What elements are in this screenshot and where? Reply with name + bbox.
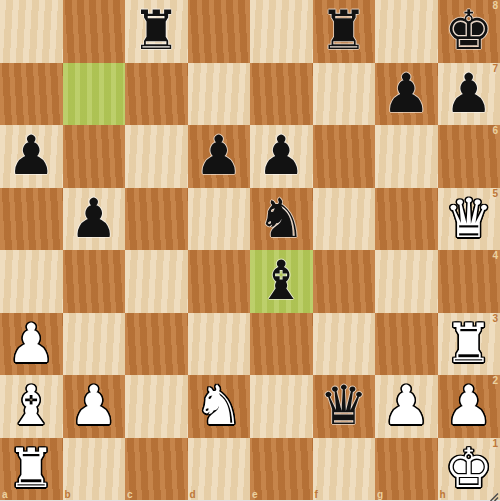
square-c5[interactable] bbox=[125, 188, 188, 251]
square-e3[interactable] bbox=[250, 313, 313, 376]
black-pawn[interactable]: ♟ bbox=[375, 63, 438, 126]
file-label-e: e bbox=[252, 489, 258, 500]
black-pawn[interactable]: ♟ bbox=[438, 63, 500, 126]
square-a5[interactable] bbox=[0, 188, 63, 251]
black-rook[interactable]: ♜ bbox=[313, 0, 376, 63]
chess-board: ♜♜♚8♟♟7♟♟♟6♟♞♛5♝4♟♜3♝♟♞♛♟♟2♜abcdefg♚h1 bbox=[0, 0, 500, 500]
white-pawn[interactable]: ♟ bbox=[63, 375, 126, 438]
square-d6[interactable]: ♟ bbox=[188, 125, 251, 188]
square-d4[interactable] bbox=[188, 250, 251, 313]
square-d3[interactable] bbox=[188, 313, 251, 376]
file-label-g: g bbox=[377, 489, 383, 500]
square-h5[interactable]: ♛5 bbox=[438, 188, 500, 251]
square-h3[interactable]: ♜3 bbox=[438, 313, 500, 376]
square-b3[interactable] bbox=[63, 313, 126, 376]
resize-grip-icon bbox=[488, 491, 499, 501]
square-e2[interactable] bbox=[250, 375, 313, 438]
square-e1[interactable]: e bbox=[250, 438, 313, 501]
square-b7[interactable] bbox=[63, 63, 126, 126]
square-h7[interactable]: ♟7 bbox=[438, 63, 500, 126]
black-pawn[interactable]: ♟ bbox=[63, 188, 126, 251]
square-d8[interactable] bbox=[188, 0, 251, 63]
square-g3[interactable] bbox=[375, 313, 438, 376]
black-queen[interactable]: ♛ bbox=[313, 375, 376, 438]
square-d1[interactable]: d bbox=[188, 438, 251, 501]
square-d5[interactable] bbox=[188, 188, 251, 251]
square-h4[interactable]: 4 bbox=[438, 250, 500, 313]
square-f8[interactable]: ♜ bbox=[313, 0, 376, 63]
square-c2[interactable] bbox=[125, 375, 188, 438]
square-g7[interactable]: ♟ bbox=[375, 63, 438, 126]
file-label-d: d bbox=[190, 489, 196, 500]
square-b4[interactable] bbox=[63, 250, 126, 313]
black-knight[interactable]: ♞ bbox=[250, 188, 313, 251]
board-grid: ♜♜♚8♟♟7♟♟♟6♟♞♛5♝4♟♜3♝♟♞♛♟♟2♜abcdefg♚h1 bbox=[0, 0, 500, 500]
square-f2[interactable]: ♛ bbox=[313, 375, 376, 438]
square-g6[interactable] bbox=[375, 125, 438, 188]
square-g2[interactable]: ♟ bbox=[375, 375, 438, 438]
black-bishop[interactable]: ♝ bbox=[250, 250, 313, 313]
square-g1[interactable]: g bbox=[375, 438, 438, 501]
black-pawn[interactable]: ♟ bbox=[250, 125, 313, 188]
square-f7[interactable] bbox=[313, 63, 376, 126]
square-b5[interactable]: ♟ bbox=[63, 188, 126, 251]
square-b8[interactable] bbox=[63, 0, 126, 63]
square-a2[interactable]: ♝ bbox=[0, 375, 63, 438]
white-pawn[interactable]: ♟ bbox=[375, 375, 438, 438]
square-c8[interactable]: ♜ bbox=[125, 0, 188, 63]
square-g4[interactable] bbox=[375, 250, 438, 313]
square-e8[interactable] bbox=[250, 0, 313, 63]
square-c6[interactable] bbox=[125, 125, 188, 188]
white-pawn[interactable]: ♟ bbox=[438, 375, 500, 438]
square-e6[interactable]: ♟ bbox=[250, 125, 313, 188]
square-c1[interactable]: c bbox=[125, 438, 188, 501]
square-b6[interactable] bbox=[63, 125, 126, 188]
square-f4[interactable] bbox=[313, 250, 376, 313]
file-label-c: c bbox=[127, 489, 133, 500]
square-e7[interactable] bbox=[250, 63, 313, 126]
file-label-f: f bbox=[315, 489, 318, 500]
square-c4[interactable] bbox=[125, 250, 188, 313]
board-resize-handle[interactable] bbox=[488, 488, 499, 499]
white-knight[interactable]: ♞ bbox=[188, 375, 251, 438]
square-a1[interactable]: ♜a bbox=[0, 438, 63, 501]
square-h6[interactable]: 6 bbox=[438, 125, 500, 188]
square-b1[interactable]: b bbox=[63, 438, 126, 501]
square-h8[interactable]: ♚8 bbox=[438, 0, 500, 63]
square-c3[interactable] bbox=[125, 313, 188, 376]
square-h2[interactable]: ♟2 bbox=[438, 375, 500, 438]
black-pawn[interactable]: ♟ bbox=[0, 125, 63, 188]
file-label-b: b bbox=[65, 489, 71, 500]
square-f3[interactable] bbox=[313, 313, 376, 376]
square-f1[interactable]: f bbox=[313, 438, 376, 501]
white-rook[interactable]: ♜ bbox=[0, 438, 63, 501]
square-e5[interactable]: ♞ bbox=[250, 188, 313, 251]
square-a4[interactable] bbox=[0, 250, 63, 313]
square-g8[interactable] bbox=[375, 0, 438, 63]
white-pawn[interactable]: ♟ bbox=[0, 313, 63, 376]
square-a3[interactable]: ♟ bbox=[0, 313, 63, 376]
square-f5[interactable] bbox=[313, 188, 376, 251]
square-b2[interactable]: ♟ bbox=[63, 375, 126, 438]
square-g5[interactable] bbox=[375, 188, 438, 251]
square-d2[interactable]: ♞ bbox=[188, 375, 251, 438]
square-a6[interactable]: ♟ bbox=[0, 125, 63, 188]
black-king[interactable]: ♚ bbox=[438, 0, 500, 63]
square-a8[interactable] bbox=[0, 0, 63, 63]
square-f6[interactable] bbox=[313, 125, 376, 188]
white-queen[interactable]: ♛ bbox=[438, 188, 500, 251]
rank-label-4: 4 bbox=[492, 250, 498, 261]
rank-label-6: 6 bbox=[492, 125, 498, 136]
white-bishop[interactable]: ♝ bbox=[0, 375, 63, 438]
square-a7[interactable] bbox=[0, 63, 63, 126]
white-rook[interactable]: ♜ bbox=[438, 313, 500, 376]
black-pawn[interactable]: ♟ bbox=[188, 125, 251, 188]
square-d7[interactable] bbox=[188, 63, 251, 126]
square-e4[interactable]: ♝ bbox=[250, 250, 313, 313]
black-rook[interactable]: ♜ bbox=[125, 0, 188, 63]
square-c7[interactable] bbox=[125, 63, 188, 126]
